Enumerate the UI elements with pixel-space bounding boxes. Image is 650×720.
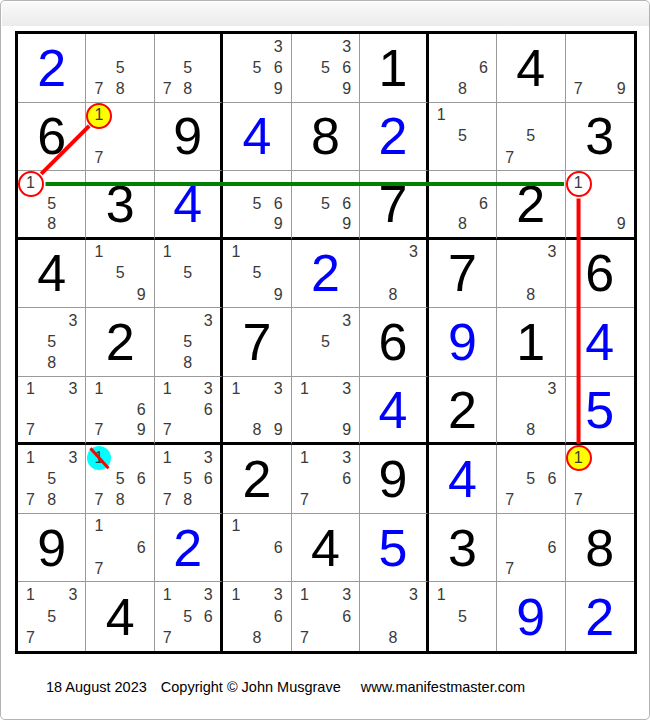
cell-r8c6[interactable]: 5 [360, 514, 428, 583]
empty-mark-slot [225, 194, 246, 215]
empty-mark-slot [41, 399, 62, 420]
candidate-6[interactable]: 6 [473, 57, 494, 78]
cell-r5c2[interactable]: 2 [86, 308, 154, 377]
cell-r9c3[interactable]: 13567 [155, 582, 223, 651]
candidate-3[interactable]: 3 [62, 584, 83, 606]
empty-mark-slot [315, 353, 336, 374]
empty-mark-slot [131, 558, 152, 579]
candidate-6[interactable]: 6 [336, 606, 357, 628]
candidate-1[interactable]: 1 [568, 447, 589, 468]
candidate-8[interactable]: 8 [246, 627, 267, 649]
candidate-1[interactable]: 1 [431, 105, 452, 126]
candidate-7[interactable]: 7 [157, 627, 177, 649]
candidate-7[interactable]: 7 [20, 490, 41, 511]
candidate-1[interactable]: 1 [157, 242, 177, 263]
candidate-9[interactable]: 9 [268, 284, 289, 305]
empty-mark-slot [268, 627, 289, 649]
candidate-1[interactable]: 1 [20, 379, 41, 400]
candidate-6[interactable]: 6 [336, 469, 357, 490]
empty-mark-slot [157, 310, 177, 331]
empty-mark-slot [268, 263, 289, 284]
pencil-marks: 1368 [225, 584, 288, 649]
cell-r9c5[interactable]: 1367 [292, 582, 360, 651]
empty-mark-slot [294, 399, 315, 420]
cell-r3c7[interactable]: 68 [429, 171, 497, 240]
candidate-6[interactable]: 6 [336, 57, 357, 78]
candidate-5[interactable]: 5 [41, 469, 62, 490]
candidate-1[interactable]: 1 [20, 584, 41, 606]
pencil-marks: 3569 [225, 36, 288, 100]
cell-r7c4[interactable]: 2 [223, 445, 291, 514]
empty-mark-slot [431, 606, 452, 628]
given-digit: 2 [497, 171, 564, 237]
cell-r3c5[interactable]: 569 [292, 171, 360, 240]
empty-mark-slot [246, 379, 267, 400]
candidate-6[interactable]: 6 [131, 399, 152, 420]
candidate-8[interactable]: 8 [246, 420, 267, 441]
candidate-3[interactable]: 3 [62, 379, 83, 400]
cell-r5c9[interactable]: 4 [566, 308, 634, 377]
candidate-1[interactable]: 1 [20, 447, 41, 468]
empty-mark-slot [177, 284, 197, 305]
empty-mark-slot [246, 537, 267, 558]
empty-mark-slot [268, 242, 289, 263]
candidate-8[interactable]: 8 [110, 78, 131, 99]
candidate-5[interactable]: 5 [452, 606, 473, 628]
candidate-3[interactable]: 3 [268, 584, 289, 606]
empty-mark-slot [294, 214, 315, 235]
candidate-7[interactable]: 7 [20, 420, 41, 441]
candidate-8[interactable]: 8 [177, 78, 197, 99]
empty-mark-slot [383, 606, 403, 628]
cell-r2c1[interactable]: 6 [18, 103, 86, 172]
empty-mark-slot [20, 331, 41, 352]
cell-r7c6[interactable]: 9 [360, 445, 428, 514]
candidate-7[interactable]: 7 [568, 490, 589, 511]
candidate-5[interactable]: 5 [246, 57, 267, 78]
given-digit: 1 [360, 34, 425, 102]
candidate-3[interactable]: 3 [268, 379, 289, 400]
candidate-3[interactable]: 3 [62, 310, 83, 331]
empty-mark-slot [157, 263, 177, 284]
candidate-8[interactable]: 8 [41, 214, 62, 235]
empty-mark-slot [473, 606, 494, 628]
empty-mark-slot [131, 147, 152, 168]
entered-digit: 4 [223, 103, 290, 171]
candidate-1[interactable]: 1 [568, 173, 589, 194]
cell-r5c4[interactable]: 7 [223, 308, 291, 377]
candidate-1[interactable]: 1 [431, 584, 452, 606]
empty-mark-slot [294, 57, 315, 78]
empty-mark-slot [157, 284, 177, 305]
candidate-3[interactable]: 3 [403, 584, 423, 606]
candidate-1[interactable]: 1 [294, 584, 315, 606]
cell-r1c9[interactable]: 79 [566, 34, 634, 103]
candidate-5[interactable]: 5 [177, 263, 197, 284]
empty-mark-slot [499, 516, 520, 537]
empty-mark-slot [294, 420, 315, 441]
candidate-3[interactable]: 3 [198, 584, 218, 606]
cell-r8c3[interactable]: 2 [155, 514, 223, 583]
pencil-marks: 139 [294, 379, 357, 441]
candidate-7[interactable]: 7 [88, 78, 109, 99]
cell-r1c8[interactable]: 4 [497, 34, 565, 103]
cell-r1c3[interactable]: 578 [155, 34, 223, 103]
empty-mark-slot [294, 353, 315, 374]
empty-mark-slot [198, 78, 218, 99]
candidate-7[interactable]: 7 [88, 147, 109, 168]
cell-r7c7[interactable]: 4 [429, 445, 497, 514]
candidate-7[interactable]: 7 [499, 558, 520, 579]
empty-mark-slot [431, 194, 452, 215]
footer-date: 18 August 2023 [46, 679, 147, 695]
pencil-marks: 3569 [294, 36, 357, 100]
candidate-5[interactable]: 5 [246, 194, 267, 215]
candidate-6[interactable]: 6 [198, 399, 218, 420]
candidate-9[interactable]: 9 [611, 214, 632, 235]
candidate-5[interactable]: 5 [520, 469, 541, 490]
candidate-5[interactable]: 5 [246, 263, 267, 284]
candidate-5[interactable]: 5 [315, 331, 336, 352]
cell-r6c9[interactable]: 5 [566, 377, 634, 446]
empty-mark-slot [268, 399, 289, 420]
empty-mark-slot [315, 627, 336, 649]
cell-r6c2[interactable]: 1679 [86, 377, 154, 446]
candidate-6[interactable]: 6 [198, 606, 218, 628]
entered-digit: 4 [566, 308, 634, 376]
candidate-6[interactable]: 6 [131, 537, 152, 558]
cell-r3c4[interactable]: 569 [223, 171, 291, 240]
empty-mark-slot [452, 173, 473, 194]
candidate-1[interactable]: 1 [88, 379, 109, 400]
cell-r7c2[interactable]: 15678 [86, 445, 154, 514]
cell-r6c8[interactable]: 38 [497, 377, 565, 446]
candidate-5[interactable]: 5 [41, 194, 62, 215]
candidate-1[interactable]: 1 [225, 584, 246, 606]
pencil-marks: 57 [499, 105, 562, 169]
cell-r3c3[interactable]: 4 [155, 171, 223, 240]
candidate-3[interactable]: 3 [198, 310, 218, 331]
candidate-8[interactable]: 8 [452, 78, 473, 99]
candidate-3[interactable]: 3 [336, 310, 357, 331]
empty-mark-slot [110, 558, 131, 579]
cell-r1c4[interactable]: 3569 [223, 34, 291, 103]
candidate-5[interactable]: 5 [110, 57, 131, 78]
candidate-3[interactable]: 3 [403, 242, 423, 263]
empty-mark-slot [198, 353, 218, 374]
cell-r5c5[interactable]: 35 [292, 308, 360, 377]
cell-r2c6[interactable]: 2 [360, 103, 428, 172]
candidate-5[interactable]: 5 [177, 331, 197, 352]
cell-r4c2[interactable]: 159 [86, 240, 154, 309]
candidate-3[interactable]: 3 [336, 584, 357, 606]
cell-r8c8[interactable]: 67 [497, 514, 565, 583]
empty-mark-slot [336, 331, 357, 352]
cell-r9c2[interactable]: 4 [86, 582, 154, 651]
candidate-9[interactable]: 9 [268, 78, 289, 99]
cell-r6c3[interactable]: 1367 [155, 377, 223, 446]
candidate-8[interactable]: 8 [383, 284, 403, 305]
cell-r1c7[interactable]: 68 [429, 34, 497, 103]
pencil-marks: 1367 [157, 379, 218, 441]
empty-mark-slot [225, 537, 246, 558]
cell-r7c3[interactable]: 135678 [155, 445, 223, 514]
empty-mark-slot [131, 516, 152, 537]
empty-mark-slot [20, 214, 41, 235]
candidate-3[interactable]: 3 [62, 447, 83, 468]
cell-r7c1[interactable]: 13578 [18, 445, 86, 514]
candidate-3[interactable]: 3 [336, 447, 357, 468]
entered-digit: 2 [155, 514, 220, 582]
candidate-9[interactable]: 9 [336, 214, 357, 235]
empty-mark-slot [499, 284, 520, 305]
candidate-3[interactable]: 3 [541, 379, 562, 400]
candidate-3[interactable]: 3 [198, 379, 218, 400]
cell-r8c9[interactable]: 8 [566, 514, 634, 583]
empty-mark-slot [499, 399, 520, 420]
pencil-marks: 68 [431, 36, 494, 100]
empty-mark-slot [157, 399, 177, 420]
given-digit: 8 [566, 514, 634, 582]
candidate-6[interactable]: 6 [131, 469, 152, 490]
candidate-1[interactable]: 1 [294, 447, 315, 468]
candidate-1[interactable]: 1 [157, 584, 177, 606]
cell-r6c1[interactable]: 137 [18, 377, 86, 446]
cell-r2c4[interactable]: 4 [223, 103, 291, 172]
candidate-1[interactable]: 1 [20, 173, 41, 194]
candidate-5[interactable]: 5 [41, 606, 62, 628]
empty-mark-slot [452, 105, 473, 126]
pencil-marks: 358 [20, 310, 83, 374]
candidate-3[interactable]: 3 [268, 36, 289, 57]
candidate-1[interactable]: 1 [88, 516, 109, 537]
candidate-8[interactable]: 8 [520, 420, 541, 441]
empty-mark-slot [198, 242, 218, 263]
candidate-1[interactable]: 1 [157, 379, 177, 400]
candidate-9[interactable]: 9 [268, 214, 289, 235]
candidate-1[interactable]: 1 [88, 447, 109, 468]
empty-mark-slot [362, 627, 382, 649]
cell-r4c4[interactable]: 159 [223, 240, 291, 309]
cell-r8c2[interactable]: 167 [86, 514, 154, 583]
candidate-9[interactable]: 9 [268, 420, 289, 441]
entered-digit: 9 [429, 308, 496, 376]
empty-mark-slot [131, 126, 152, 147]
candidate-6[interactable]: 6 [198, 469, 218, 490]
cell-r1c5[interactable]: 3569 [292, 34, 360, 103]
empty-mark-slot [177, 447, 197, 468]
cell-r2c8[interactable]: 57 [497, 103, 565, 172]
candidate-5[interactable]: 5 [177, 469, 197, 490]
candidate-9[interactable]: 9 [131, 284, 152, 305]
candidate-1[interactable]: 1 [225, 516, 246, 537]
candidate-3[interactable]: 3 [541, 242, 562, 263]
empty-mark-slot [157, 36, 177, 57]
candidate-9[interactable]: 9 [336, 78, 357, 99]
pencil-marks: 38 [499, 242, 562, 306]
candidate-6[interactable]: 6 [336, 194, 357, 215]
cell-r4c5[interactable]: 2 [292, 240, 360, 309]
candidate-6[interactable]: 6 [268, 57, 289, 78]
candidate-7[interactable]: 7 [88, 420, 109, 441]
cell-r7c5[interactable]: 1367 [292, 445, 360, 514]
cell-r9c7[interactable]: 15 [429, 582, 497, 651]
candidate-8[interactable]: 8 [383, 627, 403, 649]
candidate-6[interactable]: 6 [268, 537, 289, 558]
cell-r4c6[interactable]: 38 [360, 240, 428, 309]
candidate-1[interactable]: 1 [88, 242, 109, 263]
candidate-5[interactable]: 5 [110, 469, 131, 490]
candidate-7[interactable]: 7 [157, 78, 177, 99]
candidate-7[interactable]: 7 [499, 490, 520, 511]
cell-r8c1[interactable]: 9 [18, 514, 86, 583]
cell-r4c1[interactable]: 4 [18, 240, 86, 309]
empty-mark-slot [225, 284, 246, 305]
empty-mark-slot [336, 173, 357, 194]
cell-r5c1[interactable]: 358 [18, 308, 86, 377]
candidate-3[interactable]: 3 [336, 379, 357, 400]
candidate-6[interactable]: 6 [268, 194, 289, 215]
cell-r5c7[interactable]: 9 [429, 308, 497, 377]
cell-r6c7[interactable]: 2 [429, 377, 497, 446]
cell-r5c8[interactable]: 1 [497, 308, 565, 377]
cell-r2c5[interactable]: 8 [292, 103, 360, 172]
pencil-marks: 19 [568, 173, 632, 235]
candidate-8[interactable]: 8 [452, 214, 473, 235]
empty-mark-slot [110, 447, 131, 468]
empty-mark-slot [246, 173, 267, 194]
candidate-6[interactable]: 6 [541, 469, 562, 490]
candidate-9[interactable]: 9 [336, 420, 357, 441]
candidate-7[interactable]: 7 [294, 627, 315, 649]
cell-r1c2[interactable]: 578 [86, 34, 154, 103]
candidate-7[interactable]: 7 [88, 558, 109, 579]
candidate-8[interactable]: 8 [177, 490, 197, 511]
cell-r3c9[interactable]: 19 [566, 171, 634, 240]
cell-r9c9[interactable]: 2 [566, 582, 634, 651]
empty-mark-slot [268, 516, 289, 537]
cell-r3c2[interactable]: 3 [86, 171, 154, 240]
candidate-8[interactable]: 8 [41, 353, 62, 374]
candidate-7[interactable]: 7 [157, 490, 177, 511]
candidate-5[interactable]: 5 [520, 126, 541, 147]
cell-r4c3[interactable]: 15 [155, 240, 223, 309]
cell-r2c7[interactable]: 15 [429, 103, 497, 172]
cell-r8c7[interactable]: 3 [429, 514, 497, 583]
candidate-7[interactable]: 7 [88, 490, 109, 511]
candidate-3[interactable]: 3 [198, 447, 218, 468]
candidate-8[interactable]: 8 [110, 490, 131, 511]
empty-mark-slot [110, 399, 131, 420]
candidate-8[interactable]: 8 [520, 284, 541, 305]
empty-mark-slot [62, 606, 83, 628]
cell-r3c1[interactable]: 158 [18, 171, 86, 240]
candidate-5[interactable]: 5 [110, 263, 131, 284]
candidate-8[interactable]: 8 [41, 490, 62, 511]
candidate-8[interactable]: 8 [177, 353, 197, 374]
cell-r7c9[interactable]: 17 [566, 445, 634, 514]
cell-r5c3[interactable]: 358 [155, 308, 223, 377]
candidate-5[interactable]: 5 [41, 331, 62, 352]
cell-r5c6[interactable]: 6 [360, 308, 428, 377]
empty-mark-slot [568, 194, 589, 215]
cell-r8c4[interactable]: 16 [223, 514, 291, 583]
empty-mark-slot [336, 353, 357, 374]
cell-r2c9[interactable]: 3 [566, 103, 634, 172]
candidate-1[interactable]: 1 [294, 379, 315, 400]
cell-r2c2[interactable]: 17 [86, 103, 154, 172]
empty-mark-slot [589, 490, 610, 511]
empty-mark-slot [110, 284, 131, 305]
empty-mark-slot [88, 537, 109, 558]
candidate-7[interactable]: 7 [568, 78, 589, 99]
empty-mark-slot [403, 606, 423, 628]
empty-mark-slot [499, 469, 520, 490]
candidate-1[interactable]: 1 [225, 242, 246, 263]
cell-r1c1[interactable]: 2 [18, 34, 86, 103]
cell-r9c4[interactable]: 1368 [223, 582, 291, 651]
cell-r8c5[interactable]: 4 [292, 514, 360, 583]
entered-digit: 2 [292, 240, 359, 308]
cell-r9c8[interactable]: 9 [497, 582, 565, 651]
empty-mark-slot [225, 263, 246, 284]
cell-r4c7[interactable]: 7 [429, 240, 497, 309]
empty-mark-slot [383, 263, 403, 284]
empty-mark-slot [473, 36, 494, 57]
footer: 18 August 2023Copyright © John Musgravew… [46, 679, 525, 695]
candidate-6[interactable]: 6 [541, 537, 562, 558]
candidate-9[interactable]: 9 [611, 78, 632, 99]
empty-mark-slot [568, 469, 589, 490]
candidate-7[interactable]: 7 [499, 147, 520, 168]
candidate-3[interactable]: 3 [336, 36, 357, 57]
cell-r6c6[interactable]: 4 [360, 377, 428, 446]
cell-r6c4[interactable]: 1389 [223, 377, 291, 446]
candidate-1[interactable]: 1 [157, 447, 177, 468]
candidate-5[interactable]: 5 [315, 194, 336, 215]
given-digit: 9 [155, 103, 220, 171]
candidate-5[interactable]: 5 [177, 606, 197, 628]
cell-r9c1[interactable]: 1357 [18, 582, 86, 651]
candidate-7[interactable]: 7 [294, 490, 315, 511]
candidate-5[interactable]: 5 [452, 126, 473, 147]
candidate-5[interactable]: 5 [315, 57, 336, 78]
cell-r7c8[interactable]: 567 [497, 445, 565, 514]
empty-mark-slot [198, 331, 218, 352]
cell-r1c6[interactable]: 1 [360, 34, 428, 103]
cell-r4c9[interactable]: 6 [566, 240, 634, 309]
cell-r2c3[interactable]: 9 [155, 103, 223, 172]
empty-mark-slot [41, 173, 62, 194]
empty-mark-slot [611, 194, 632, 215]
cell-r4c8[interactable]: 38 [497, 240, 565, 309]
candidate-1[interactable]: 1 [88, 105, 109, 126]
candidate-5[interactable]: 5 [177, 57, 197, 78]
candidate-6[interactable]: 6 [268, 606, 289, 628]
empty-mark-slot [62, 399, 83, 420]
pencil-marks: 135678 [157, 447, 218, 511]
cell-r9c6[interactable]: 38 [360, 582, 428, 651]
cell-r3c6[interactable]: 7 [360, 171, 428, 240]
candidate-7[interactable]: 7 [157, 420, 177, 441]
candidate-1[interactable]: 1 [225, 379, 246, 400]
candidate-9[interactable]: 9 [131, 420, 152, 441]
cell-r3c8[interactable]: 2 [497, 171, 565, 240]
cell-r6c5[interactable]: 139 [292, 377, 360, 446]
candidate-6[interactable]: 6 [473, 194, 494, 215]
candidate-7[interactable]: 7 [20, 627, 41, 649]
empty-mark-slot [362, 263, 382, 284]
